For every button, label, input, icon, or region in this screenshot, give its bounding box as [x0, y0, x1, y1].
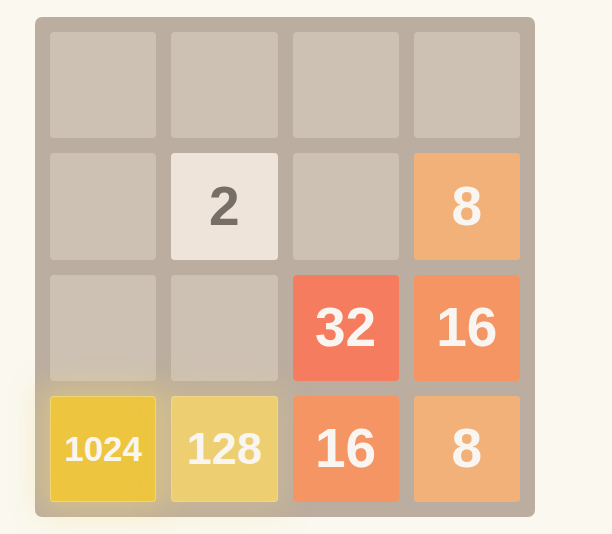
- board-cell-r2c1: [50, 153, 156, 259]
- board-cell-r4c3: 16: [293, 396, 399, 502]
- tile-2: 2: [171, 153, 277, 259]
- tile-128: 128: [171, 396, 277, 502]
- tile-8: 8: [414, 396, 520, 502]
- tile-16: 16: [293, 396, 399, 502]
- board-cell-r4c2: 128: [171, 396, 277, 502]
- tile-16: 16: [414, 275, 520, 381]
- board-cell-r1c2: [171, 32, 277, 138]
- board-cell-r2c3: [293, 153, 399, 259]
- board-cell-r3c3: 32: [293, 275, 399, 381]
- board-cell-r1c4: [414, 32, 520, 138]
- board-cell-r4c1: 1024: [50, 396, 156, 502]
- tile-1024: 1024: [50, 396, 156, 502]
- tile-32: 32: [293, 275, 399, 381]
- board-cell-r4c4: 8: [414, 396, 520, 502]
- board-cell-r3c2: [171, 275, 277, 381]
- board-cell-r2c4: 8: [414, 153, 520, 259]
- game-board-2048[interactable]: 2832161024128168: [35, 17, 535, 517]
- board-cell-r1c1: [50, 32, 156, 138]
- board-cell-r3c4: 16: [414, 275, 520, 381]
- board-cell-r2c2: 2: [171, 153, 277, 259]
- board-cell-r1c3: [293, 32, 399, 138]
- tile-8: 8: [414, 153, 520, 259]
- board-cell-r3c1: [50, 275, 156, 381]
